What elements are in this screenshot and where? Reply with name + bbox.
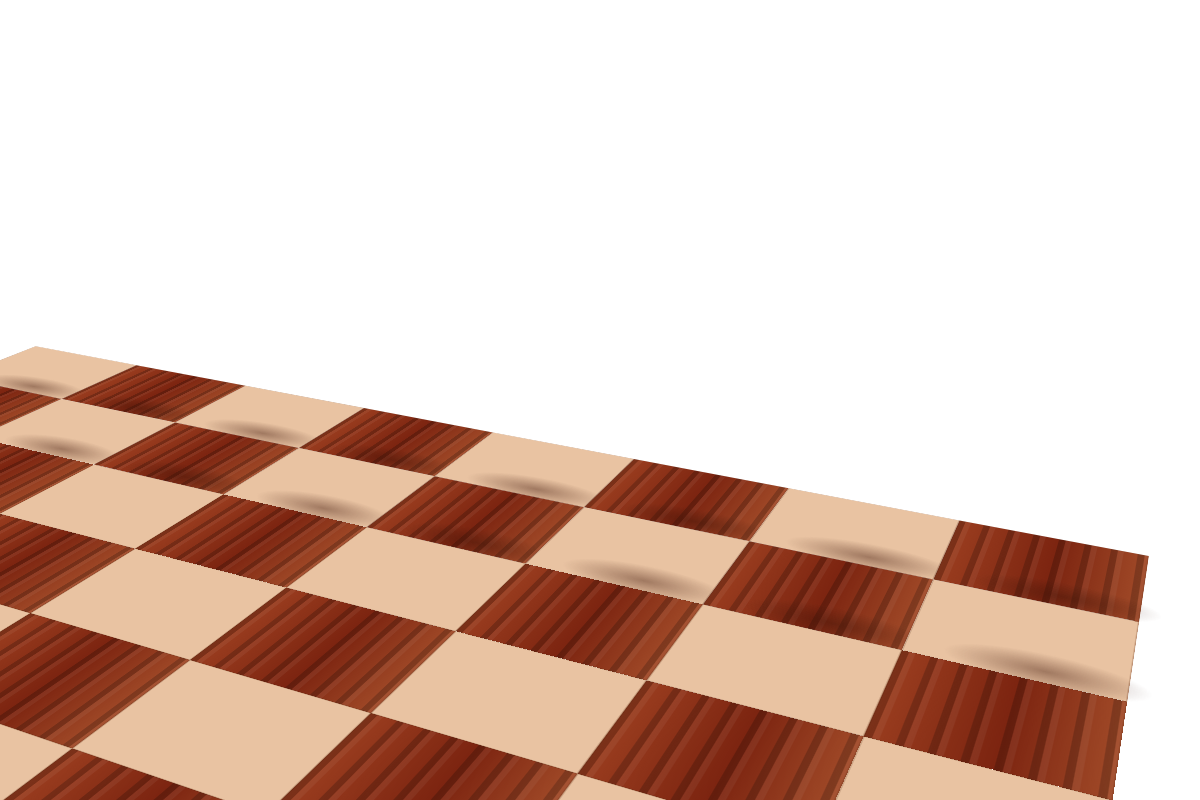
photo-scene: ♜♞♝♚♛♝♞♜♟♟♟♟♟♟♟♟ (0, 0, 1200, 800)
white-pawn-glyph: ♟ (120, 389, 203, 477)
white-pawn-glyph: ♟ (402, 445, 494, 542)
chess-board: ♜♞♝♚♛♝♞♜♟♟♟♟♟♟♟♟ (0, 346, 1149, 800)
white-pawn-glyph: ♟ (254, 416, 341, 508)
white-pawn-glyph: ♟ (0, 365, 78, 449)
square-a4 (816, 736, 1113, 800)
white-pawn-glyph: ♟ (750, 514, 853, 623)
white-pawn-glyph: ♟ (566, 478, 663, 581)
white-pawn-glyph: ♟ (958, 555, 1067, 671)
